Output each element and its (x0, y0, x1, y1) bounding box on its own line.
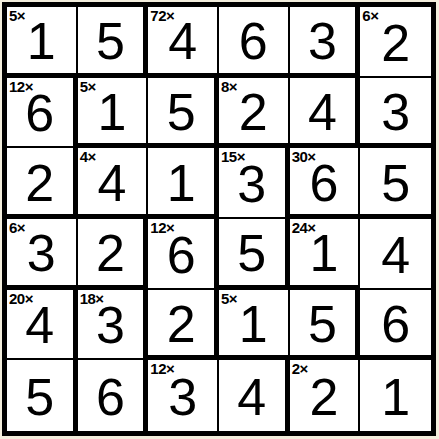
cell-value: 4 (308, 86, 337, 138)
cell-r6c4[interactable]: 4 (219, 360, 290, 431)
cell-value: 3 (308, 15, 337, 67)
cell-r6c1[interactable]: 5 (7, 360, 78, 431)
cage-clue: 18× (80, 290, 104, 307)
cell-r4c2[interactable]: 2 (78, 219, 149, 290)
cell-value: 1 (239, 298, 268, 350)
cell-value: 2 (96, 227, 125, 279)
cell-r3c2[interactable]: 4×4 (78, 148, 149, 219)
cell-r2c3[interactable]: 5 (148, 78, 219, 149)
cell-r4c5[interactable]: 24×1 (290, 219, 361, 290)
cell-r5c2[interactable]: 18×3 (78, 290, 149, 361)
cell-r4c4[interactable]: 5 (219, 219, 290, 290)
cell-value: 3 (381, 86, 410, 138)
cell-r2c6[interactable]: 3 (360, 78, 431, 149)
kenken-board: 5×1572×4636×212×65×158×24324×4115×330×65… (2, 2, 436, 436)
cell-value: 5 (308, 298, 337, 350)
cage-clue: 20× (9, 290, 33, 307)
cell-r2c1[interactable]: 12×6 (7, 78, 78, 149)
cell-r4c6[interactable]: 4 (360, 219, 431, 290)
cell-r5c3[interactable]: 2 (148, 290, 219, 361)
cell-value: 3 (168, 371, 197, 423)
cell-value: 6 (96, 371, 125, 423)
cell-value: 5 (25, 371, 54, 423)
cell-value: 4 (25, 299, 54, 351)
cell-value: 4 (98, 157, 127, 209)
cell-value: 6 (167, 229, 196, 281)
cell-r3c1[interactable]: 2 (7, 148, 78, 219)
cell-r1c3[interactable]: 72×4 (148, 7, 219, 78)
cell-value: 3 (96, 299, 125, 351)
cage-clue: 5× (9, 7, 25, 24)
cell-r5c6[interactable]: 6 (360, 290, 431, 361)
cell-value: 2 (239, 86, 268, 138)
cell-value: 1 (167, 157, 196, 209)
cell-value: 5 (381, 157, 410, 209)
cage-clue: 8× (221, 78, 237, 95)
cell-value: 5 (96, 15, 125, 67)
cell-value: 3 (27, 227, 56, 279)
cell-value: 4 (381, 229, 410, 281)
cell-value: 2 (167, 298, 196, 350)
cell-r2c5[interactable]: 4 (290, 78, 361, 149)
cell-r4c1[interactable]: 6×3 (7, 219, 78, 290)
cell-r1c6[interactable]: 6×2 (360, 7, 431, 78)
cell-r1c2[interactable]: 5 (78, 7, 149, 78)
cage-clue: 6× (362, 7, 378, 24)
cell-value: 2 (310, 371, 339, 423)
cell-r6c3[interactable]: 12×3 (148, 360, 219, 431)
cage-clue: 5× (80, 78, 96, 95)
cell-r4c3[interactable]: 12×6 (148, 219, 219, 290)
cage-clue: 12× (150, 360, 174, 377)
cell-r6c5[interactable]: 2×2 (290, 360, 361, 431)
cage-clue: 72× (150, 7, 174, 24)
cage-clue: 2× (292, 360, 308, 377)
cell-value: 2 (25, 157, 54, 209)
cell-r3c5[interactable]: 30×6 (290, 148, 361, 219)
cell-r3c4[interactable]: 15×3 (219, 148, 290, 219)
cage-clue: 6× (9, 219, 25, 236)
cell-r5c5[interactable]: 5 (290, 290, 361, 361)
cell-value: 6 (25, 87, 54, 139)
cell-value: 3 (237, 158, 266, 210)
cell-value: 1 (27, 15, 56, 67)
cell-value: 6 (381, 298, 410, 350)
cage-clue: 24× (292, 219, 316, 236)
cell-value: 2 (381, 17, 410, 69)
cage-clue: 12× (150, 219, 174, 236)
cell-r6c2[interactable]: 6 (78, 360, 149, 431)
cage-clue: 30× (292, 148, 316, 165)
cell-value: 5 (237, 227, 266, 279)
cell-value: 1 (98, 86, 127, 138)
cell-r5c4[interactable]: 5×1 (219, 290, 290, 361)
cell-value: 4 (237, 371, 266, 423)
cell-value: 6 (239, 15, 268, 67)
cage-clue: 15× (221, 148, 245, 165)
cell-r6c6[interactable]: 1 (360, 360, 431, 431)
cell-r5c1[interactable]: 20×4 (7, 290, 78, 361)
cell-value: 1 (381, 371, 410, 423)
cell-r2c4[interactable]: 8×2 (219, 78, 290, 149)
cell-r1c1[interactable]: 5×1 (7, 7, 78, 78)
cell-r3c6[interactable]: 5 (360, 148, 431, 219)
cage-clue: 5× (221, 290, 237, 307)
cell-r1c4[interactable]: 6 (219, 7, 290, 78)
cell-r3c3[interactable]: 1 (148, 148, 219, 219)
cell-r1c5[interactable]: 3 (290, 7, 361, 78)
cell-value: 5 (167, 86, 196, 138)
cage-clue: 12× (9, 78, 33, 95)
cell-r2c2[interactable]: 5×1 (78, 78, 149, 149)
cage-clue: 4× (80, 148, 96, 165)
